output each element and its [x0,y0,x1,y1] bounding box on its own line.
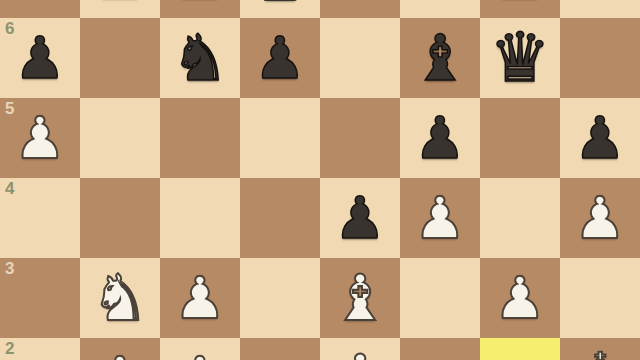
piece-white-king-h2[interactable]: ♚ [560,338,640,360]
square-g5[interactable] [480,98,560,178]
piece-black-pawn-g7[interactable]: ♟ [480,0,560,18]
square-f2[interactable] [400,338,480,360]
chess-board: 87♟♟♝♟6♟♞♟♝♛5♟♟♟4♟♟♟3♞♟♝♟2♟♟♝♚1 [0,0,640,360]
piece-white-pawn-h4[interactable]: ♟ [560,178,640,258]
square-h3[interactable] [560,258,640,338]
square-g2[interactable] [480,338,560,360]
square-g7[interactable]: ♟ [480,0,560,18]
square-e6[interactable] [320,18,400,98]
piece-black-pawn-b7[interactable]: ♟ [80,0,160,18]
square-e7[interactable] [320,0,400,18]
piece-white-pawn-c2[interactable]: ♟ [160,338,240,360]
square-d7[interactable]: ♝ [240,0,320,18]
square-d5[interactable] [240,98,320,178]
square-h2[interactable]: ♚ [560,338,640,360]
square-a5[interactable]: 5♟ [0,98,80,178]
square-h7[interactable] [560,0,640,18]
square-e5[interactable] [320,98,400,178]
piece-black-queen-g6[interactable]: ♛ [480,18,560,98]
square-d2[interactable] [240,338,320,360]
piece-black-pawn-f5[interactable]: ♟ [400,98,480,178]
piece-black-pawn-d6[interactable]: ♟ [240,18,320,98]
square-f6[interactable]: ♝ [400,18,480,98]
piece-black-bishop-d7[interactable]: ♝ [240,0,320,18]
square-b4[interactable] [80,178,160,258]
piece-white-bishop-e3[interactable]: ♝ [320,258,400,338]
rank-label-2: 2 [5,339,14,359]
piece-black-pawn-a6[interactable]: ♟ [0,18,80,98]
chess-board-viewport: 87♟♟♝♟6♟♞♟♝♛5♟♟♟4♟♟♟3♞♟♝♟2♟♟♝♚1 [0,0,640,360]
square-e4[interactable]: ♟ [320,178,400,258]
square-a6[interactable]: 6♟ [0,18,80,98]
square-d3[interactable] [240,258,320,338]
square-h6[interactable] [560,18,640,98]
square-b7[interactable]: ♟ [80,0,160,18]
piece-black-pawn-h5[interactable]: ♟ [560,98,640,178]
square-e3[interactable]: ♝ [320,258,400,338]
square-e2[interactable]: ♝ [320,338,400,360]
piece-black-pawn-e4[interactable]: ♟ [320,178,400,258]
piece-white-knight-b3[interactable]: ♞ [80,258,160,338]
square-a4[interactable]: 4 [0,178,80,258]
square-b6[interactable] [80,18,160,98]
square-b5[interactable] [80,98,160,178]
rank-label-3: 3 [5,259,14,279]
square-c5[interactable] [160,98,240,178]
piece-black-bishop-f6[interactable]: ♝ [400,18,480,98]
piece-white-bishop-e2[interactable]: ♝ [320,338,400,360]
piece-white-pawn-b2[interactable]: ♟ [80,338,160,360]
square-f7[interactable] [400,0,480,18]
rank-label-4: 4 [5,179,14,199]
square-g3[interactable]: ♟ [480,258,560,338]
square-c3[interactable]: ♟ [160,258,240,338]
square-c4[interactable] [160,178,240,258]
square-h5[interactable]: ♟ [560,98,640,178]
square-d4[interactable] [240,178,320,258]
square-a2[interactable]: 2 [0,338,80,360]
square-f4[interactable]: ♟ [400,178,480,258]
piece-white-pawn-f4[interactable]: ♟ [400,178,480,258]
square-c7[interactable]: ♟ [160,0,240,18]
piece-white-pawn-a5[interactable]: ♟ [0,98,80,178]
piece-white-pawn-c3[interactable]: ♟ [160,258,240,338]
square-c2[interactable]: ♟ [160,338,240,360]
piece-white-pawn-g3[interactable]: ♟ [480,258,560,338]
square-h4[interactable]: ♟ [560,178,640,258]
piece-black-pawn-c7[interactable]: ♟ [160,0,240,18]
square-a3[interactable]: 3 [0,258,80,338]
square-g6[interactable]: ♛ [480,18,560,98]
square-d6[interactable]: ♟ [240,18,320,98]
square-g4[interactable] [480,178,560,258]
square-a7[interactable]: 7 [0,0,80,18]
square-b3[interactable]: ♞ [80,258,160,338]
square-f3[interactable] [400,258,480,338]
square-b2[interactable]: ♟ [80,338,160,360]
square-c6[interactable]: ♞ [160,18,240,98]
square-f5[interactable]: ♟ [400,98,480,178]
piece-black-knight-c6[interactable]: ♞ [160,18,240,98]
